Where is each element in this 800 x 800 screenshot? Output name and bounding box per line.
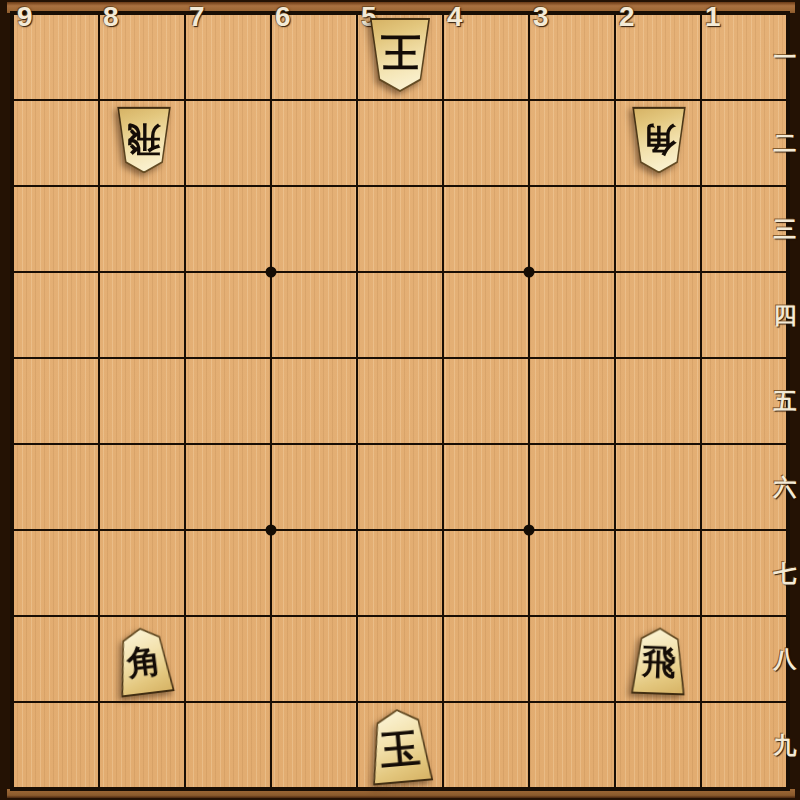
rank-label-9: 九 bbox=[771, 730, 799, 761]
piece-kanji: 角 bbox=[631, 120, 688, 158]
cell-4i[interactable] bbox=[443, 702, 529, 788]
star-point bbox=[524, 267, 535, 278]
cell-3d[interactable] bbox=[529, 272, 615, 358]
cell-6b[interactable] bbox=[271, 100, 357, 186]
cell-6g[interactable] bbox=[271, 530, 357, 616]
cell-3g[interactable] bbox=[529, 530, 615, 616]
shogi-app-window: 9 8 7 6 5 4 3 2 1 一 二 三 四 五 六 七 八 九 王 飛 … bbox=[0, 0, 800, 800]
file-label-9: 9 bbox=[17, 2, 47, 32]
rank-label-2: 二 bbox=[771, 128, 799, 159]
cell-7e[interactable] bbox=[185, 358, 271, 444]
rank-label-5: 五 bbox=[771, 386, 799, 417]
cell-7i[interactable] bbox=[185, 702, 271, 788]
piece-sente-king-5i[interactable]: 玉 bbox=[365, 706, 435, 785]
piece-gote-king-5a[interactable]: 王 bbox=[368, 18, 432, 92]
rank-label-1: 一 bbox=[771, 42, 799, 73]
cell-5h[interactable] bbox=[357, 616, 443, 702]
cell-6i[interactable] bbox=[271, 702, 357, 788]
cell-9g[interactable] bbox=[13, 530, 99, 616]
cell-5e[interactable] bbox=[357, 358, 443, 444]
cell-3e[interactable] bbox=[529, 358, 615, 444]
cell-9b[interactable] bbox=[13, 100, 99, 186]
cell-9c[interactable] bbox=[13, 186, 99, 272]
cell-6e[interactable] bbox=[271, 358, 357, 444]
star-point bbox=[266, 525, 277, 536]
piece-sente-bishop-8h[interactable]: 角 bbox=[112, 624, 177, 697]
star-point bbox=[524, 525, 535, 536]
rank-label-7: 七 bbox=[771, 558, 799, 589]
star-point bbox=[266, 267, 277, 278]
rank-label-3: 三 bbox=[771, 214, 799, 245]
cell-8e[interactable] bbox=[99, 358, 185, 444]
cell-4h[interactable] bbox=[443, 616, 529, 702]
cell-2f[interactable] bbox=[615, 444, 701, 530]
cell-3f[interactable] bbox=[529, 444, 615, 530]
cell-6h[interactable] bbox=[271, 616, 357, 702]
cell-4g[interactable] bbox=[443, 530, 529, 616]
piece-shadow: 王 bbox=[368, 18, 432, 92]
piece-kanji: 玉 bbox=[366, 724, 434, 773]
cell-9e[interactable] bbox=[13, 358, 99, 444]
cell-8i[interactable] bbox=[99, 702, 185, 788]
file-label-4: 4 bbox=[447, 2, 477, 32]
cell-8f[interactable] bbox=[99, 444, 185, 530]
cell-3i[interactable] bbox=[529, 702, 615, 788]
file-label-1: 1 bbox=[705, 2, 735, 32]
cell-2g[interactable] bbox=[615, 530, 701, 616]
cell-9i[interactable] bbox=[13, 702, 99, 788]
cell-4b[interactable] bbox=[443, 100, 529, 186]
cell-5b[interactable] bbox=[357, 100, 443, 186]
cell-8g[interactable] bbox=[99, 530, 185, 616]
cell-2d[interactable] bbox=[615, 272, 701, 358]
piece-kanji: 飛 bbox=[116, 120, 173, 158]
cell-7d[interactable] bbox=[185, 272, 271, 358]
cell-3h[interactable] bbox=[529, 616, 615, 702]
cell-6c[interactable] bbox=[271, 186, 357, 272]
cell-4d[interactable] bbox=[443, 272, 529, 358]
cell-5c[interactable] bbox=[357, 186, 443, 272]
piece-gote-rook-8b[interactable]: 飛 bbox=[116, 107, 173, 174]
file-label-6: 6 bbox=[275, 2, 305, 32]
cell-4e[interactable] bbox=[443, 358, 529, 444]
file-label-3: 3 bbox=[533, 2, 563, 32]
piece-shadow: 飛 bbox=[116, 107, 173, 174]
cell-8d[interactable] bbox=[99, 272, 185, 358]
piece-kanji: 飛 bbox=[630, 642, 688, 682]
file-label-8: 8 bbox=[103, 2, 133, 32]
cell-7f[interactable] bbox=[185, 444, 271, 530]
cell-4f[interactable] bbox=[443, 444, 529, 530]
cell-7c[interactable] bbox=[185, 186, 271, 272]
cell-5f[interactable] bbox=[357, 444, 443, 530]
piece-shadow: 角 bbox=[631, 107, 688, 174]
rank-label-4: 四 bbox=[771, 300, 799, 331]
piece-shadow: 飛 bbox=[629, 627, 688, 696]
cell-7g[interactable] bbox=[185, 530, 271, 616]
cell-6d[interactable] bbox=[271, 272, 357, 358]
cell-9f[interactable] bbox=[13, 444, 99, 530]
cell-4c[interactable] bbox=[443, 186, 529, 272]
piece-kanji: 角 bbox=[114, 640, 175, 685]
cell-3c[interactable] bbox=[529, 186, 615, 272]
piece-shadow: 角 bbox=[112, 624, 177, 697]
file-label-2: 2 bbox=[619, 2, 649, 32]
cell-8c[interactable] bbox=[99, 186, 185, 272]
cell-7h[interactable] bbox=[185, 616, 271, 702]
piece-gote-bishop-2b[interactable]: 角 bbox=[631, 107, 688, 174]
cell-2c[interactable] bbox=[615, 186, 701, 272]
cell-5d[interactable] bbox=[357, 272, 443, 358]
cell-2e[interactable] bbox=[615, 358, 701, 444]
cell-9d[interactable] bbox=[13, 272, 99, 358]
cell-3b[interactable] bbox=[529, 100, 615, 186]
cell-6f[interactable] bbox=[271, 444, 357, 530]
cell-2i[interactable] bbox=[615, 702, 701, 788]
cell-9h[interactable] bbox=[13, 616, 99, 702]
cell-5g[interactable] bbox=[357, 530, 443, 616]
piece-sente-rook-2h[interactable]: 飛 bbox=[629, 627, 688, 696]
cell-7b[interactable] bbox=[185, 100, 271, 186]
rank-label-8: 八 bbox=[771, 644, 799, 675]
file-label-7: 7 bbox=[189, 2, 219, 32]
piece-kanji: 王 bbox=[368, 30, 432, 74]
piece-shadow: 玉 bbox=[365, 706, 435, 785]
rank-label-6: 六 bbox=[771, 472, 799, 503]
